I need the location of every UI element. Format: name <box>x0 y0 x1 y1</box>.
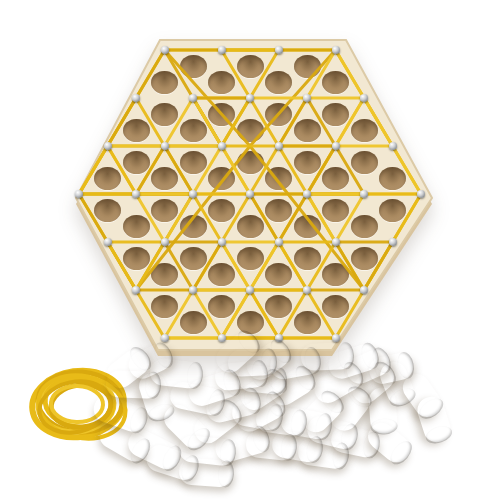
loose-peg-blue[interactable] <box>414 393 454 445</box>
loose-pegs-pile <box>0 0 500 500</box>
loose-peg-green[interactable] <box>178 457 234 488</box>
product-photo <box>0 0 500 500</box>
